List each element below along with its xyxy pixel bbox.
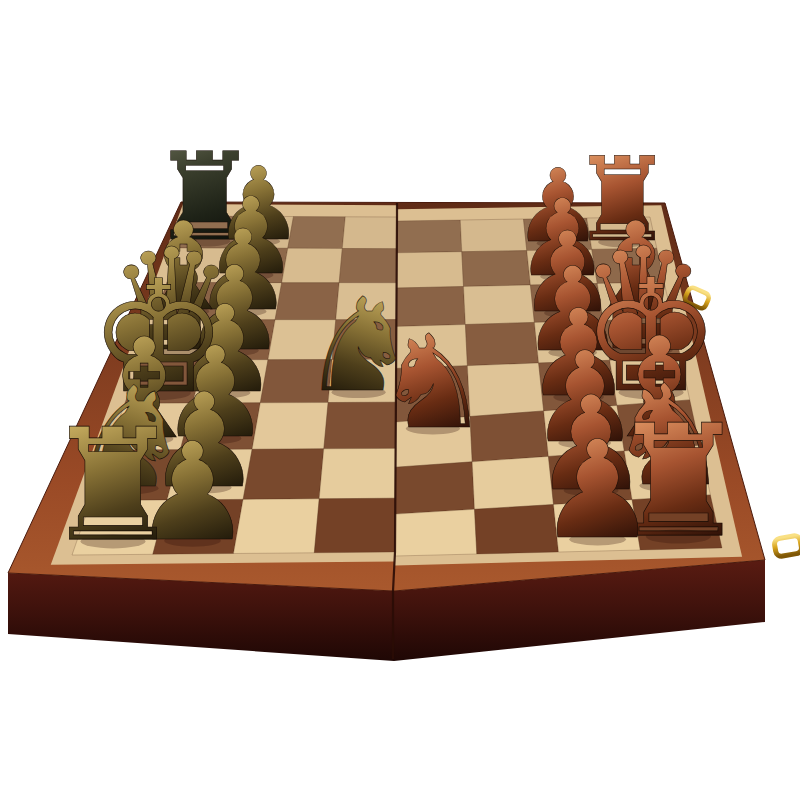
square-h5 [395,509,477,556]
chess-board: ♜♟♜♟♟♟♝♟♝♟♛♟♛♟♞♚♟♚♟♞♝♟♝♟♞♟♞♟♜♟♟♜ [0,0,800,800]
piece-black-knight-e5: ♞ [375,307,491,457]
square-a4 [342,217,397,249]
chess-set-photo-svg: ♜♟♜♟♟♟♝♟♝♟♛♟♛♟♞♚♟♚♟♞♝♟♝♟♞♟♞♟♜♟♟♜ [0,0,800,800]
clasp-icon [774,535,800,557]
square-g5 [395,462,474,514]
piece-white-rook-h1: ♜ [44,395,183,576]
square-a5 [397,220,462,253]
square-h4 [314,498,395,553]
product-photo-canvas: ♜♟♜♟♟♟♝♟♝♟♛♟♛♟♞♚♟♚♟♞♝♟♝♟♞♟♞♟♜♟♟♜ [0,0,800,800]
piece-black-pawn-h7: ♟ [537,412,658,569]
